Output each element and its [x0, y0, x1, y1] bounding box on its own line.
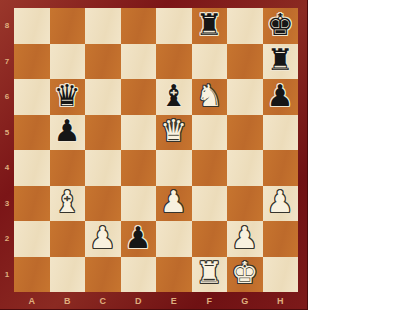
piece-black-king[interactable]: ♚	[267, 10, 294, 40]
file-label-h: H	[263, 292, 299, 309]
rank-label-1: 1	[0, 257, 14, 293]
square-f2[interactable]	[192, 221, 228, 257]
square-d1[interactable]	[121, 257, 157, 293]
piece-white-knight[interactable]: ♞	[196, 81, 223, 111]
square-d2[interactable]: ♟	[121, 221, 157, 257]
board-frame: 87654321 ♜♚♜♛♝♞♟♟♛♝♟♟♟♟♟♜♚ ABCDEFGH	[0, 0, 308, 310]
chess-board: ♜♚♜♛♝♞♟♟♛♝♟♟♟♟♟♜♚	[14, 8, 298, 292]
square-b3[interactable]: ♝	[50, 186, 86, 222]
square-h7[interactable]: ♜	[263, 44, 299, 80]
piece-black-pawn[interactable]: ♟	[267, 81, 294, 111]
square-e5[interactable]: ♛	[156, 115, 192, 151]
square-f4[interactable]	[192, 150, 228, 186]
square-g2[interactable]: ♟	[227, 221, 263, 257]
rank-label-4: 4	[0, 150, 14, 186]
piece-white-pawn[interactable]: ♟	[89, 223, 116, 253]
file-labels: ABCDEFGH	[14, 292, 298, 309]
piece-black-pawn[interactable]: ♟	[54, 116, 81, 146]
square-a2[interactable]	[14, 221, 50, 257]
piece-black-rook[interactable]: ♜	[267, 45, 294, 75]
square-a8[interactable]	[14, 8, 50, 44]
square-c5[interactable]	[85, 115, 121, 151]
rank-label-5: 5	[0, 115, 14, 151]
file-label-g: G	[227, 292, 263, 309]
square-c3[interactable]	[85, 186, 121, 222]
square-h1[interactable]	[263, 257, 299, 293]
square-b1[interactable]	[50, 257, 86, 293]
rank-label-7: 7	[0, 44, 14, 80]
square-h4[interactable]	[263, 150, 299, 186]
square-a3[interactable]	[14, 186, 50, 222]
rank-label-3: 3	[0, 186, 14, 222]
square-b8[interactable]	[50, 8, 86, 44]
square-e4[interactable]	[156, 150, 192, 186]
square-b2[interactable]	[50, 221, 86, 257]
square-g8[interactable]	[227, 8, 263, 44]
square-a6[interactable]	[14, 79, 50, 115]
square-e1[interactable]	[156, 257, 192, 293]
square-c1[interactable]	[85, 257, 121, 293]
piece-black-pawn[interactable]: ♟	[125, 223, 152, 253]
square-c6[interactable]	[85, 79, 121, 115]
square-b4[interactable]	[50, 150, 86, 186]
square-e7[interactable]	[156, 44, 192, 80]
square-d4[interactable]	[121, 150, 157, 186]
file-label-f: F	[192, 292, 228, 309]
file-label-a: A	[14, 292, 50, 309]
square-h8[interactable]: ♚	[263, 8, 299, 44]
rank-labels: 87654321	[0, 8, 14, 292]
square-f1[interactable]: ♜	[192, 257, 228, 293]
square-h2[interactable]	[263, 221, 299, 257]
piece-white-bishop[interactable]: ♝	[54, 187, 81, 217]
square-e6[interactable]: ♝	[156, 79, 192, 115]
piece-black-rook[interactable]: ♜	[196, 10, 223, 40]
square-c8[interactable]	[85, 8, 121, 44]
square-a1[interactable]	[14, 257, 50, 293]
square-f6[interactable]: ♞	[192, 79, 228, 115]
piece-white-queen[interactable]: ♛	[160, 116, 187, 146]
rank-label-6: 6	[0, 79, 14, 115]
square-d6[interactable]	[121, 79, 157, 115]
file-label-c: C	[85, 292, 121, 309]
square-e2[interactable]	[156, 221, 192, 257]
square-h6[interactable]: ♟	[263, 79, 299, 115]
piece-white-pawn[interactable]: ♟	[160, 187, 187, 217]
piece-white-pawn[interactable]: ♟	[267, 187, 294, 217]
rank-label-2: 2	[0, 221, 14, 257]
piece-black-queen[interactable]: ♛	[54, 81, 81, 111]
square-f7[interactable]	[192, 44, 228, 80]
square-g5[interactable]	[227, 115, 263, 151]
square-a5[interactable]	[14, 115, 50, 151]
square-d7[interactable]	[121, 44, 157, 80]
square-e3[interactable]: ♟	[156, 186, 192, 222]
square-f3[interactable]	[192, 186, 228, 222]
piece-white-pawn[interactable]: ♟	[231, 223, 258, 253]
file-label-e: E	[156, 292, 192, 309]
square-a7[interactable]	[14, 44, 50, 80]
file-label-d: D	[121, 292, 157, 309]
piece-white-king[interactable]: ♚	[231, 258, 258, 288]
file-label-b: B	[50, 292, 86, 309]
square-g3[interactable]	[227, 186, 263, 222]
square-f5[interactable]	[192, 115, 228, 151]
square-c4[interactable]	[85, 150, 121, 186]
square-h5[interactable]	[263, 115, 299, 151]
square-g6[interactable]	[227, 79, 263, 115]
rank-label-8: 8	[0, 8, 14, 44]
piece-black-bishop[interactable]: ♝	[160, 81, 187, 111]
square-c7[interactable]	[85, 44, 121, 80]
square-d8[interactable]	[121, 8, 157, 44]
square-h3[interactable]: ♟	[263, 186, 299, 222]
square-g7[interactable]	[227, 44, 263, 80]
square-f8[interactable]: ♜	[192, 8, 228, 44]
square-c2[interactable]: ♟	[85, 221, 121, 257]
square-e8[interactable]	[156, 8, 192, 44]
piece-white-rook[interactable]: ♜	[196, 258, 223, 288]
square-b6[interactable]: ♛	[50, 79, 86, 115]
square-d5[interactable]	[121, 115, 157, 151]
square-g4[interactable]	[227, 150, 263, 186]
square-a4[interactable]	[14, 150, 50, 186]
square-b7[interactable]	[50, 44, 86, 80]
page: 87654321 ♜♚♜♛♝♞♟♟♛♝♟♟♟♟♟♜♚ ABCDEFGH	[0, 0, 414, 311]
square-d3[interactable]	[121, 186, 157, 222]
square-b5[interactable]: ♟	[50, 115, 86, 151]
square-g1[interactable]: ♚	[227, 257, 263, 293]
